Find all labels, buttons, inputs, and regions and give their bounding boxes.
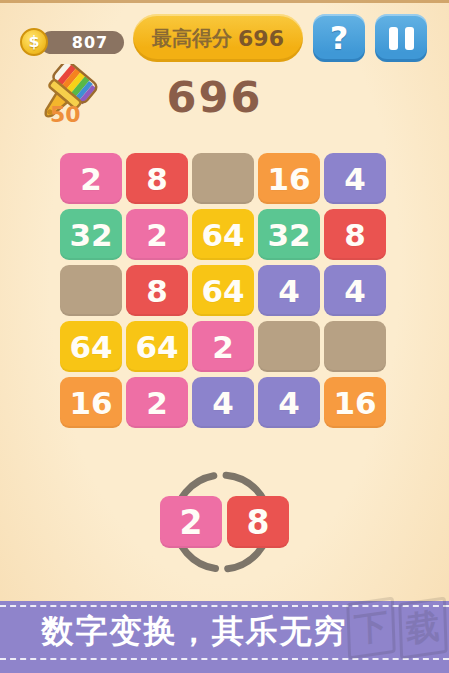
coin-amount: 807 [60, 31, 120, 54]
help-button[interactable]: ? [313, 14, 365, 62]
grid-empty-cell[interactable] [60, 265, 122, 316]
best-score-label: 最高得分 [152, 25, 232, 52]
grid-tile-8[interactable]: 8 [324, 209, 386, 260]
grid-tile-16[interactable]: 16 [258, 153, 320, 204]
grid-tile-8[interactable]: 8 [126, 265, 188, 316]
grid-tile-4[interactable]: 4 [192, 377, 254, 428]
pause-icon [389, 27, 398, 50]
grid-tile-64[interactable]: 64 [192, 265, 254, 316]
next-tiles[interactable]: 28 [160, 496, 289, 548]
grid-tile-32[interactable]: 32 [60, 209, 122, 260]
grid-tile-16[interactable]: 16 [60, 377, 122, 428]
grid-empty-cell[interactable] [258, 321, 320, 372]
grid-empty-cell[interactable] [324, 321, 386, 372]
best-score-value: 696 [238, 26, 284, 51]
pause-icon [405, 27, 414, 50]
dashed-line [0, 658, 449, 660]
grid-tile-2[interactable]: 2 [192, 321, 254, 372]
grid-tile-4[interactable]: 4 [258, 377, 320, 428]
grid-empty-cell[interactable] [192, 153, 254, 204]
dashed-line [0, 605, 449, 607]
grid-tile-2[interactable]: 2 [126, 377, 188, 428]
coin-counter[interactable]: 807 [40, 31, 124, 54]
grid-tile-64[interactable]: 64 [192, 209, 254, 260]
grid-tile-32[interactable]: 32 [258, 209, 320, 260]
grid-tile-16[interactable]: 16 [324, 377, 386, 428]
grid-tile-2[interactable]: 2 [60, 153, 122, 204]
next-tile-2[interactable]: 2 [160, 496, 222, 548]
game-screen: 807 $ 最高得分 696 ? [0, 0, 449, 673]
grid-tile-8[interactable]: 8 [126, 153, 188, 204]
pause-button[interactable] [375, 14, 427, 62]
question-mark-icon: ? [330, 19, 349, 57]
current-score: 696 [0, 72, 439, 122]
grid-tile-64[interactable]: 64 [60, 321, 122, 372]
footer-banner: 数字变换，其乐无穷 [0, 601, 449, 673]
top-edge-strip [0, 0, 449, 3]
board-grid: 281643226432886444646421624416 [60, 153, 386, 428]
grid-tile-4[interactable]: 4 [258, 265, 320, 316]
grid-tile-2[interactable]: 2 [126, 209, 188, 260]
grid-tile-4[interactable]: 4 [324, 265, 386, 316]
grid-tile-4[interactable]: 4 [324, 153, 386, 204]
best-score-badge: 最高得分 696 [133, 14, 303, 62]
slogan-text: 数字变换，其乐无穷 [0, 610, 419, 654]
grid-tile-64[interactable]: 64 [126, 321, 188, 372]
coin-icon: $ [20, 28, 48, 56]
next-tile-8[interactable]: 8 [227, 496, 289, 548]
